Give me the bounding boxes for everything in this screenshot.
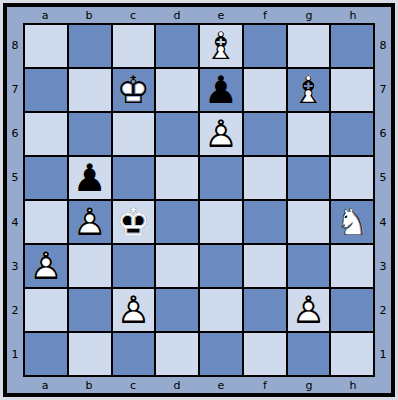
square-f7[interactable] [244, 69, 286, 111]
square-c5[interactable] [113, 157, 155, 199]
chess-board: ♝♗♚♔♟♝♗♟♙♟♟♙♚♔♞♘♟♙♟♙♟♙ [23, 23, 375, 377]
square-g5[interactable] [288, 157, 330, 199]
square-b4[interactable]: ♟♙ [69, 201, 111, 243]
white-bishop[interactable]: ♝♗ [288, 69, 330, 111]
square-a3[interactable]: ♟♙ [25, 245, 67, 287]
square-e2[interactable] [200, 289, 242, 331]
square-g2[interactable]: ♟♙ [288, 289, 330, 331]
square-c6[interactable] [113, 113, 155, 155]
file-label-a: a [23, 377, 67, 393]
square-h3[interactable] [331, 245, 373, 287]
file-label-c: c [111, 7, 155, 23]
rank-labels-left: 87654321 [7, 23, 23, 377]
square-b5[interactable]: ♟ [69, 157, 111, 199]
white-bishop[interactable]: ♝♗ [200, 25, 242, 67]
square-a1[interactable] [25, 333, 67, 375]
white-bishop-outline: ♗ [288, 69, 330, 111]
square-e5[interactable] [200, 157, 242, 199]
square-a2[interactable] [25, 289, 67, 331]
square-e7[interactable]: ♟ [200, 69, 242, 111]
square-f5[interactable] [244, 157, 286, 199]
rank-label-5: 5 [375, 156, 391, 200]
file-label-h: h [331, 7, 375, 23]
square-d6[interactable] [156, 113, 198, 155]
square-e6[interactable]: ♟♙ [200, 113, 242, 155]
square-d5[interactable] [156, 157, 198, 199]
square-c3[interactable] [113, 245, 155, 287]
white-pawn-outline: ♙ [113, 289, 155, 331]
file-label-g: g [287, 7, 331, 23]
white-pawn[interactable]: ♟♙ [288, 289, 330, 331]
white-pawn-outline: ♙ [200, 113, 242, 155]
square-g7[interactable]: ♝♗ [288, 69, 330, 111]
black-pawn-glyph: ♟ [200, 69, 242, 111]
file-labels-bottom: abcdefgh [23, 377, 375, 393]
square-g6[interactable] [288, 113, 330, 155]
white-pawn-outline: ♙ [288, 289, 330, 331]
rank-label-6: 6 [375, 112, 391, 156]
square-g4[interactable] [288, 201, 330, 243]
square-d4[interactable] [156, 201, 198, 243]
square-a6[interactable] [25, 113, 67, 155]
square-f2[interactable] [244, 289, 286, 331]
rank-label-2: 2 [7, 289, 23, 333]
square-a4[interactable] [25, 201, 67, 243]
square-h8[interactable] [331, 25, 373, 67]
rank-label-2: 2 [375, 289, 391, 333]
file-label-f: f [243, 377, 287, 393]
file-label-e: e [199, 377, 243, 393]
rank-label-3: 3 [7, 244, 23, 288]
square-b7[interactable] [69, 69, 111, 111]
square-e8[interactable]: ♝♗ [200, 25, 242, 67]
white-pawn-outline: ♙ [69, 201, 111, 243]
black-king[interactable]: ♚♔ [113, 201, 155, 243]
square-e3[interactable] [200, 245, 242, 287]
rank-label-6: 6 [7, 112, 23, 156]
square-c1[interactable] [113, 333, 155, 375]
square-b1[interactable] [69, 333, 111, 375]
square-c7[interactable]: ♚♔ [113, 69, 155, 111]
corner-top-right [375, 7, 391, 23]
square-f6[interactable] [244, 113, 286, 155]
square-h6[interactable] [331, 113, 373, 155]
black-pawn[interactable]: ♟ [69, 157, 111, 199]
square-h7[interactable] [331, 69, 373, 111]
square-b2[interactable] [69, 289, 111, 331]
white-pawn-outline: ♙ [25, 245, 67, 287]
square-f1[interactable] [244, 333, 286, 375]
corner-bottom-left [7, 377, 23, 393]
white-king[interactable]: ♚♔ [113, 69, 155, 111]
square-a5[interactable] [25, 157, 67, 199]
file-label-g: g [287, 377, 331, 393]
board-margin: abcdefgh 87654321 ♝♗♚♔♟♝♗♟♙♟♟♙♚♔♞♘♟♙♟♙♟♙… [7, 7, 391, 393]
rank-label-8: 8 [7, 23, 23, 67]
file-label-f: f [243, 7, 287, 23]
white-pawn[interactable]: ♟♙ [200, 113, 242, 155]
chess-board-window: abcdefgh 87654321 ♝♗♚♔♟♝♗♟♙♟♟♙♚♔♞♘♟♙♟♙♟♙… [0, 0, 398, 400]
white-pawn[interactable]: ♟♙ [113, 289, 155, 331]
white-pawn[interactable]: ♟♙ [25, 245, 67, 287]
square-d3[interactable] [156, 245, 198, 287]
corner-top-left [7, 7, 23, 23]
square-a7[interactable] [25, 69, 67, 111]
rank-label-7: 7 [375, 67, 391, 111]
square-d7[interactable] [156, 69, 198, 111]
square-h5[interactable] [331, 157, 373, 199]
white-pawn[interactable]: ♟♙ [69, 201, 111, 243]
rank-label-4: 4 [7, 200, 23, 244]
square-d1[interactable] [156, 333, 198, 375]
square-e1[interactable] [200, 333, 242, 375]
white-knight[interactable]: ♞♘ [331, 201, 373, 243]
rank-label-4: 4 [375, 200, 391, 244]
corner-bottom-right [375, 377, 391, 393]
file-label-b: b [67, 7, 111, 23]
square-b6[interactable] [69, 113, 111, 155]
square-c2[interactable]: ♟♙ [113, 289, 155, 331]
rank-label-7: 7 [7, 67, 23, 111]
square-b3[interactable] [69, 245, 111, 287]
rank-label-3: 3 [375, 244, 391, 288]
square-d8[interactable] [156, 25, 198, 67]
rank-label-1: 1 [375, 333, 391, 377]
square-c8[interactable] [113, 25, 155, 67]
rank-label-5: 5 [7, 156, 23, 200]
white-knight-outline: ♘ [331, 201, 373, 243]
rank-labels-right: 87654321 [375, 23, 391, 377]
square-g3[interactable] [288, 245, 330, 287]
square-e4[interactable] [200, 201, 242, 243]
rank-label-1: 1 [7, 333, 23, 377]
square-f8[interactable] [244, 25, 286, 67]
square-g1[interactable] [288, 333, 330, 375]
board-frame: abcdefgh 87654321 ♝♗♚♔♟♝♗♟♙♟♟♙♚♔♞♘♟♙♟♙♟♙… [3, 3, 395, 397]
black-pawn-glyph: ♟ [69, 157, 111, 199]
square-a8[interactable] [25, 25, 67, 67]
square-h4[interactable]: ♞♘ [331, 201, 373, 243]
square-c4[interactable]: ♚♔ [113, 201, 155, 243]
file-label-h: h [331, 377, 375, 393]
file-label-e: e [199, 7, 243, 23]
square-h2[interactable] [331, 289, 373, 331]
file-label-d: d [155, 7, 199, 23]
rank-label-8: 8 [375, 23, 391, 67]
file-label-c: c [111, 377, 155, 393]
file-label-b: b [67, 377, 111, 393]
square-f4[interactable] [244, 201, 286, 243]
square-b8[interactable] [69, 25, 111, 67]
file-label-d: d [155, 377, 199, 393]
black-king-outline: ♔ [113, 201, 155, 243]
file-labels-top: abcdefgh [23, 7, 375, 23]
square-d2[interactable] [156, 289, 198, 331]
white-bishop-outline: ♗ [200, 25, 242, 67]
square-g8[interactable] [288, 25, 330, 67]
white-king-outline: ♔ [113, 69, 155, 111]
square-h1[interactable] [331, 333, 373, 375]
black-pawn[interactable]: ♟ [200, 69, 242, 111]
file-label-a: a [23, 7, 67, 23]
square-f3[interactable] [244, 245, 286, 287]
